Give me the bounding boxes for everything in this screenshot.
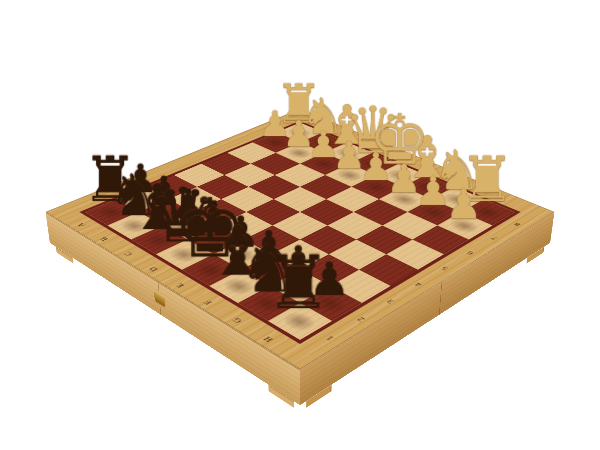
- bracket-foot: [268, 385, 293, 408]
- bracket-foot: [306, 385, 331, 408]
- piece-light-pawn[interactable]: ♟: [425, 183, 503, 224]
- bracket-foot: [526, 247, 544, 264]
- piece-dark-rook[interactable]: ♜: [253, 247, 343, 321]
- playfield: ♜♞♝♛♚♝♞♜♟♟♟♟♟♟♟♟♟♟♟♟♟♟♟♟♜♞♝♛♚♝♞♜: [79, 121, 520, 344]
- fold-seam: [439, 282, 442, 316]
- bracket-foot: [56, 247, 74, 264]
- chess-set-photo: ♜♞♝♛♚♝♞♜♟♟♟♟♟♟♟♟♟♟♟♟♟♟♟♟♜♞♝♛♚♝♞♜ ABCDEFG…: [0, 0, 600, 450]
- chess-board: ♜♞♝♛♚♝♞♜♟♟♟♟♟♟♟♟♟♟♟♟♟♟♟♟♜♞♝♛♚♝♞♜ ABCDEFG…: [45, 109, 554, 370]
- board-top-surface: ♜♞♝♛♚♝♞♜♟♟♟♟♟♟♟♟♟♟♟♟♟♟♟♟♜♞♝♛♚♝♞♜ ABCDEFG…: [45, 109, 554, 370]
